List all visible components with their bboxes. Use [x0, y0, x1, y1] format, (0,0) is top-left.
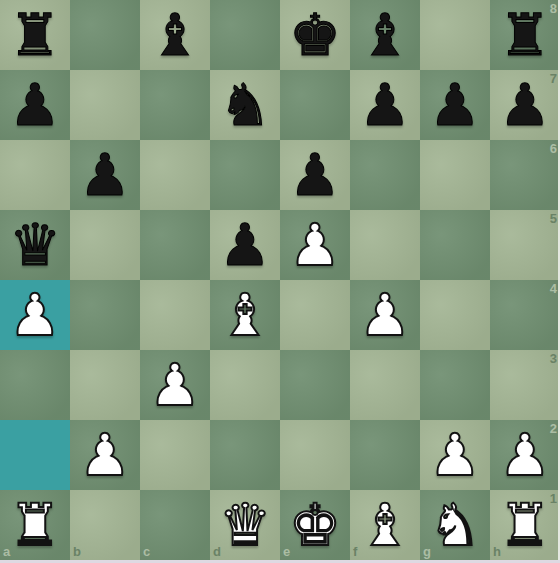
square-g6[interactable]: [420, 140, 490, 210]
black-king[interactable]: ♚: [280, 0, 350, 70]
square-f3[interactable]: [350, 350, 420, 420]
black-pawn[interactable]: ♟: [70, 140, 140, 210]
square-g7[interactable]: ♟: [420, 70, 490, 140]
black-pawn[interactable]: ♟: [490, 70, 560, 140]
white-pawn[interactable]: ♟: [280, 210, 350, 280]
square-e1[interactable]: ♚e: [280, 490, 350, 560]
square-h5[interactable]: 5: [490, 210, 560, 280]
square-g4[interactable]: [420, 280, 490, 350]
rank-label-5: 5: [550, 211, 557, 226]
black-rook[interactable]: ♜: [0, 0, 70, 70]
white-rook[interactable]: ♜: [0, 490, 70, 560]
white-bishop[interactable]: ♝: [350, 490, 420, 560]
square-d1[interactable]: ♛d: [210, 490, 280, 560]
square-d6[interactable]: [210, 140, 280, 210]
white-pawn[interactable]: ♟: [0, 280, 70, 350]
white-queen[interactable]: ♛: [210, 490, 280, 560]
square-b7[interactable]: [70, 70, 140, 140]
square-e6[interactable]: ♟: [280, 140, 350, 210]
square-a5[interactable]: ♛: [0, 210, 70, 280]
square-a7[interactable]: ♟: [0, 70, 70, 140]
black-rook[interactable]: ♜: [490, 0, 560, 70]
square-c4[interactable]: [140, 280, 210, 350]
square-a3[interactable]: [0, 350, 70, 420]
square-b5[interactable]: [70, 210, 140, 280]
white-pawn[interactable]: ♟: [70, 420, 140, 490]
rank-label-4: 4: [550, 281, 557, 296]
file-label-c: c: [143, 544, 150, 559]
black-pawn[interactable]: ♟: [420, 70, 490, 140]
black-knight[interactable]: ♞: [210, 70, 280, 140]
square-f1[interactable]: ♝f: [350, 490, 420, 560]
square-e3[interactable]: [280, 350, 350, 420]
square-d2[interactable]: [210, 420, 280, 490]
black-bishop[interactable]: ♝: [350, 0, 420, 70]
square-d8[interactable]: [210, 0, 280, 70]
white-king[interactable]: ♚: [280, 490, 350, 560]
square-a1[interactable]: ♜a: [0, 490, 70, 560]
square-b3[interactable]: [70, 350, 140, 420]
square-f5[interactable]: [350, 210, 420, 280]
square-f4[interactable]: ♟: [350, 280, 420, 350]
square-g2[interactable]: ♟: [420, 420, 490, 490]
square-g5[interactable]: [420, 210, 490, 280]
white-pawn[interactable]: ♟: [420, 420, 490, 490]
square-h1[interactable]: ♜1h: [490, 490, 560, 560]
square-c7[interactable]: [140, 70, 210, 140]
rank-label-6: 6: [550, 141, 557, 156]
square-c1[interactable]: c: [140, 490, 210, 560]
square-g1[interactable]: ♞g: [420, 490, 490, 560]
square-g3[interactable]: [420, 350, 490, 420]
square-b4[interactable]: [70, 280, 140, 350]
square-b8[interactable]: [70, 0, 140, 70]
square-c8[interactable]: ♝: [140, 0, 210, 70]
square-e8[interactable]: ♚: [280, 0, 350, 70]
square-e4[interactable]: [280, 280, 350, 350]
black-bishop[interactable]: ♝: [140, 0, 210, 70]
square-b1[interactable]: b: [70, 490, 140, 560]
square-a2[interactable]: [0, 420, 70, 490]
square-f6[interactable]: [350, 140, 420, 210]
black-pawn[interactable]: ♟: [280, 140, 350, 210]
square-h3[interactable]: 3: [490, 350, 560, 420]
white-pawn[interactable]: ♟: [140, 350, 210, 420]
square-f7[interactable]: ♟: [350, 70, 420, 140]
file-label-b: b: [73, 544, 81, 559]
chess-board-wrap: ♜♝♚♝♜8♟♞♟♟♟7♟♟6♛♟♟5♟♝♟4♟3♟♟♟2♜abc♛d♚e♝f♞…: [0, 0, 560, 563]
white-pawn[interactable]: ♟: [490, 420, 560, 490]
black-pawn[interactable]: ♟: [210, 210, 280, 280]
square-c3[interactable]: ♟: [140, 350, 210, 420]
square-d5[interactable]: ♟: [210, 210, 280, 280]
black-queen[interactable]: ♛: [0, 210, 70, 280]
square-a4[interactable]: ♟: [0, 280, 70, 350]
black-pawn[interactable]: ♟: [350, 70, 420, 140]
square-f2[interactable]: [350, 420, 420, 490]
chess-board: ♜♝♚♝♜8♟♞♟♟♟7♟♟6♛♟♟5♟♝♟4♟3♟♟♟2♜abc♛d♚e♝f♞…: [0, 0, 560, 560]
square-h4[interactable]: 4: [490, 280, 560, 350]
square-a6[interactable]: [0, 140, 70, 210]
square-e5[interactable]: ♟: [280, 210, 350, 280]
square-c6[interactable]: [140, 140, 210, 210]
square-b2[interactable]: ♟: [70, 420, 140, 490]
square-d3[interactable]: [210, 350, 280, 420]
square-h7[interactable]: ♟7: [490, 70, 560, 140]
white-knight[interactable]: ♞: [420, 490, 490, 560]
square-e2[interactable]: [280, 420, 350, 490]
square-h2[interactable]: ♟2: [490, 420, 560, 490]
square-f8[interactable]: ♝: [350, 0, 420, 70]
square-e7[interactable]: [280, 70, 350, 140]
square-c5[interactable]: [140, 210, 210, 280]
square-d4[interactable]: ♝: [210, 280, 280, 350]
white-rook[interactable]: ♜: [490, 490, 560, 560]
white-bishop[interactable]: ♝: [210, 280, 280, 350]
square-d7[interactable]: ♞: [210, 70, 280, 140]
white-pawn[interactable]: ♟: [350, 280, 420, 350]
square-h8[interactable]: ♜8: [490, 0, 560, 70]
square-g8[interactable]: [420, 0, 490, 70]
rank-label-3: 3: [550, 351, 557, 366]
black-pawn[interactable]: ♟: [0, 70, 70, 140]
square-h6[interactable]: 6: [490, 140, 560, 210]
square-a8[interactable]: ♜: [0, 0, 70, 70]
square-b6[interactable]: ♟: [70, 140, 140, 210]
square-c2[interactable]: [140, 420, 210, 490]
